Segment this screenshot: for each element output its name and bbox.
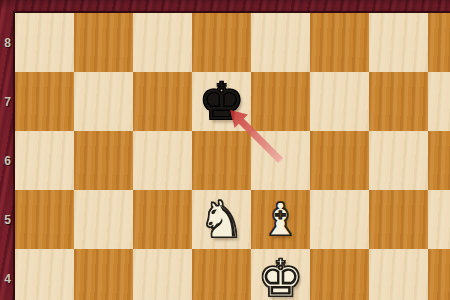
square-f5[interactable] bbox=[310, 190, 369, 249]
square-a5[interactable] bbox=[15, 190, 74, 249]
rank-label-7: 7 bbox=[0, 95, 15, 109]
square-c4[interactable] bbox=[133, 249, 192, 300]
rank-label-4: 4 bbox=[0, 272, 15, 286]
square-a6[interactable] bbox=[15, 131, 74, 190]
piece-white-knight[interactable]: ♞ bbox=[192, 190, 251, 249]
square-e6[interactable] bbox=[251, 131, 310, 190]
square-g6[interactable] bbox=[369, 131, 428, 190]
square-b8[interactable] bbox=[74, 13, 133, 72]
square-c8[interactable] bbox=[133, 13, 192, 72]
square-e5[interactable]: ♝ bbox=[251, 190, 310, 249]
square-g5[interactable] bbox=[369, 190, 428, 249]
square-d8[interactable] bbox=[192, 13, 251, 72]
square-g8[interactable] bbox=[369, 13, 428, 72]
square-b4[interactable] bbox=[74, 249, 133, 300]
square-c7[interactable] bbox=[133, 72, 192, 131]
square-f4[interactable] bbox=[310, 249, 369, 300]
square-b6[interactable] bbox=[74, 131, 133, 190]
square-b7[interactable] bbox=[74, 72, 133, 131]
square-h8[interactable] bbox=[428, 13, 450, 72]
square-h7[interactable] bbox=[428, 72, 450, 131]
square-d4[interactable] bbox=[192, 249, 251, 300]
rank-label-5: 5 bbox=[0, 213, 15, 227]
square-h4[interactable] bbox=[428, 249, 450, 300]
piece-white-king[interactable]: ♚ bbox=[251, 249, 310, 300]
square-c6[interactable] bbox=[133, 131, 192, 190]
square-h6[interactable] bbox=[428, 131, 450, 190]
square-g4[interactable] bbox=[369, 249, 428, 300]
square-h5[interactable] bbox=[428, 190, 450, 249]
square-e8[interactable] bbox=[251, 13, 310, 72]
square-c5[interactable] bbox=[133, 190, 192, 249]
square-a4[interactable] bbox=[15, 249, 74, 300]
square-f7[interactable] bbox=[310, 72, 369, 131]
square-e7[interactable] bbox=[251, 72, 310, 131]
piece-black-king[interactable]: ♚ bbox=[192, 72, 251, 131]
square-e4[interactable]: ♚ bbox=[251, 249, 310, 300]
rank-label-8: 8 bbox=[0, 36, 15, 50]
square-a8[interactable] bbox=[15, 13, 74, 72]
square-f8[interactable] bbox=[310, 13, 369, 72]
square-d5[interactable]: ♞ bbox=[192, 190, 251, 249]
square-f6[interactable] bbox=[310, 131, 369, 190]
square-b5[interactable] bbox=[74, 190, 133, 249]
square-d7[interactable]: ♚ bbox=[192, 72, 251, 131]
square-a7[interactable] bbox=[15, 72, 74, 131]
square-d6[interactable] bbox=[192, 131, 251, 190]
square-g7[interactable] bbox=[369, 72, 428, 131]
rank-label-6: 6 bbox=[0, 154, 15, 168]
piece-white-bishop[interactable]: ♝ bbox=[251, 190, 310, 249]
chess-board: ♚♞♝♚ bbox=[15, 13, 450, 300]
chessboard-diagram: ♚♞♝♚ 87654 bbox=[0, 0, 450, 300]
